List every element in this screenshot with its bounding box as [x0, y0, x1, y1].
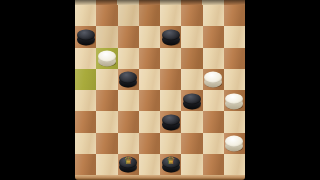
black-king[interactable]: ♛: [162, 157, 180, 173]
piece-top: [162, 29, 180, 41]
square-c1r3[interactable]: [96, 69, 117, 90]
white-man[interactable]: [225, 136, 243, 152]
square-c2r2[interactable]: [118, 48, 139, 69]
piece-top: [77, 29, 95, 41]
square-c1r7[interactable]: [96, 154, 117, 175]
square-c7r1[interactable]: [224, 26, 245, 47]
square-c6r7[interactable]: [203, 154, 224, 175]
square-c3r6[interactable]: [139, 133, 160, 154]
black-man[interactable]: [162, 29, 180, 45]
square-c4r6[interactable]: [160, 133, 181, 154]
square-c7r2[interactable]: [224, 48, 245, 69]
square-c6r0[interactable]: [203, 5, 224, 26]
square-c5r1[interactable]: [181, 26, 202, 47]
square-c0r6[interactable]: [75, 133, 96, 154]
square-c0r4[interactable]: [75, 90, 96, 111]
square-c1r5[interactable]: [96, 111, 117, 132]
square-c1r0[interactable]: [96, 5, 117, 26]
square-c4r5[interactable]: [160, 111, 181, 132]
square-c7r0[interactable]: [224, 5, 245, 26]
square-c7r6[interactable]: [224, 133, 245, 154]
white-man[interactable]: [98, 51, 116, 67]
square-c6r5[interactable]: [203, 111, 224, 132]
square-c3r5[interactable]: [139, 111, 160, 132]
piece-top: [98, 51, 116, 63]
piece-top: [204, 72, 222, 83]
letterbox-right: [245, 0, 320, 180]
square-c0r3[interactable]: [75, 69, 96, 90]
square-c1r4[interactable]: [96, 90, 117, 111]
square-c2r0[interactable]: [118, 5, 139, 26]
square-c4r3[interactable]: [160, 69, 181, 90]
square-c1r2[interactable]: [96, 48, 117, 69]
white-man[interactable]: [204, 72, 222, 88]
square-c6r2[interactable]: [203, 48, 224, 69]
square-c0r7[interactable]: [75, 154, 96, 175]
square-c0r1[interactable]: [75, 26, 96, 47]
square-c4r0[interactable]: [160, 5, 181, 26]
screenshot: ♛♛: [0, 0, 320, 180]
square-c6r1[interactable]: [203, 26, 224, 47]
black-man[interactable]: [77, 29, 95, 45]
black-man[interactable]: [119, 72, 137, 88]
square-c3r7[interactable]: [139, 154, 160, 175]
piece-top: [183, 93, 201, 104]
black-man[interactable]: [162, 114, 180, 130]
piece-top: [225, 136, 243, 148]
square-c4r2[interactable]: [160, 48, 181, 69]
checkers-board: ♛♛: [75, 0, 245, 180]
square-c2r5[interactable]: [118, 111, 139, 132]
white-man[interactable]: [225, 93, 243, 109]
black-king[interactable]: ♛: [119, 157, 137, 173]
square-c2r7[interactable]: ♛: [118, 154, 139, 175]
square-c3r2[interactable]: [139, 48, 160, 69]
square-c3r1[interactable]: [139, 26, 160, 47]
square-c5r5[interactable]: [181, 111, 202, 132]
square-c2r3[interactable]: [118, 69, 139, 90]
square-c4r7[interactable]: ♛: [160, 154, 181, 175]
board-grid: ♛♛: [75, 5, 245, 175]
square-c5r2[interactable]: [181, 48, 202, 69]
square-c6r4[interactable]: [203, 90, 224, 111]
square-c2r4[interactable]: [118, 90, 139, 111]
square-c5r0[interactable]: [181, 5, 202, 26]
square-c0r0[interactable]: [75, 5, 96, 26]
square-c7r4[interactable]: [224, 90, 245, 111]
black-man[interactable]: [183, 93, 201, 109]
square-c6r3[interactable]: [203, 69, 224, 90]
square-c5r7[interactable]: [181, 154, 202, 175]
letterbox-left: [0, 0, 75, 180]
square-c5r6[interactable]: [181, 133, 202, 154]
piece-top: [225, 93, 243, 104]
square-c7r5[interactable]: [224, 111, 245, 132]
square-c1r6[interactable]: [96, 133, 117, 154]
piece-top: [119, 72, 137, 83]
square-c0r5[interactable]: [75, 111, 96, 132]
square-c1r1[interactable]: [96, 26, 117, 47]
board-bottom-edge: [75, 175, 245, 180]
king-crown-icon: ♛: [119, 154, 137, 167]
piece-top: [162, 114, 180, 125]
square-c7r3[interactable]: [224, 69, 245, 90]
square-c5r4[interactable]: [181, 90, 202, 111]
square-c2r6[interactable]: [118, 133, 139, 154]
square-c4r1[interactable]: [160, 26, 181, 47]
square-c3r3[interactable]: [139, 69, 160, 90]
square-c5r3[interactable]: [181, 69, 202, 90]
square-c7r7[interactable]: [224, 154, 245, 175]
square-c3r4[interactable]: [139, 90, 160, 111]
king-crown-icon: ♛: [162, 154, 180, 167]
square-c0r2[interactable]: [75, 48, 96, 69]
square-c4r4[interactable]: [160, 90, 181, 111]
square-c3r0[interactable]: [139, 5, 160, 26]
square-c2r1[interactable]: [118, 26, 139, 47]
square-c6r6[interactable]: [203, 133, 224, 154]
